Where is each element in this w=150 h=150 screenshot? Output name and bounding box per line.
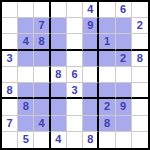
- cell-r6c1[interactable]: 8: [2, 83, 18, 99]
- cell-r2c3[interactable]: 7: [34, 18, 50, 34]
- cell-r1c2[interactable]: [18, 2, 34, 18]
- cell-r3c1[interactable]: [2, 34, 18, 50]
- cell-r3c4[interactable]: [51, 34, 67, 50]
- cell-r3c9[interactable]: [132, 34, 148, 50]
- cell-r4c6[interactable]: [83, 51, 99, 67]
- cell-r7c7[interactable]: 2: [99, 99, 115, 115]
- cell-r3c3[interactable]: 8: [34, 34, 50, 50]
- cell-r5c1[interactable]: [2, 67, 18, 83]
- cell-r8c6[interactable]: [83, 116, 99, 132]
- cell-r6c7[interactable]: [99, 83, 115, 99]
- cell-r2c2[interactable]: [18, 18, 34, 34]
- cell-r8c9[interactable]: [132, 116, 148, 132]
- cell-r4c1[interactable]: 3: [2, 51, 18, 67]
- cell-r1c4[interactable]: [51, 2, 67, 18]
- cell-r5c8[interactable]: [116, 67, 132, 83]
- cell-r6c6[interactable]: [83, 83, 99, 99]
- cell-r6c3[interactable]: [34, 83, 50, 99]
- cell-r7c3[interactable]: [34, 99, 50, 115]
- cell-r8c7[interactable]: 8: [99, 116, 115, 132]
- cell-r9c1[interactable]: [2, 132, 18, 148]
- cell-r2c5[interactable]: [67, 18, 83, 34]
- cell-r6c5[interactable]: 3: [67, 83, 83, 99]
- cell-r9c8[interactable]: [116, 132, 132, 148]
- cell-r7c1[interactable]: [2, 99, 18, 115]
- cell-r9c9[interactable]: [132, 132, 148, 148]
- cell-r1c6[interactable]: 4: [83, 2, 99, 18]
- cell-r1c7[interactable]: [99, 2, 115, 18]
- cell-r3c8[interactable]: [116, 34, 132, 50]
- cell-r5c3[interactable]: [34, 67, 50, 83]
- cell-r2c6[interactable]: 9: [83, 18, 99, 34]
- cell-r2c7[interactable]: [99, 18, 115, 34]
- cell-r4c9[interactable]: 8: [132, 51, 148, 67]
- cell-r2c8[interactable]: [116, 18, 132, 34]
- cell-r7c5[interactable]: [67, 99, 83, 115]
- cell-r4c5[interactable]: [67, 51, 83, 67]
- cell-r5c5[interactable]: 6: [67, 67, 83, 83]
- cell-r8c8[interactable]: [116, 116, 132, 132]
- cell-r8c4[interactable]: [51, 116, 67, 132]
- cell-r6c8[interactable]: [116, 83, 132, 99]
- cell-r1c3[interactable]: [34, 2, 50, 18]
- cell-r7c9[interactable]: [132, 99, 148, 115]
- cell-r9c5[interactable]: [67, 132, 83, 148]
- cell-r3c7[interactable]: 1: [99, 34, 115, 50]
- cell-r6c2[interactable]: [18, 83, 34, 99]
- cell-r4c8[interactable]: 2: [116, 51, 132, 67]
- cell-r7c6[interactable]: [83, 99, 99, 115]
- cell-r2c9[interactable]: 2: [132, 18, 148, 34]
- cell-r1c9[interactable]: [132, 2, 148, 18]
- cell-r7c4[interactable]: [51, 99, 67, 115]
- cell-r9c3[interactable]: [34, 132, 50, 148]
- cell-r8c5[interactable]: [67, 116, 83, 132]
- sudoku-board: 467924813288683829748548: [0, 0, 150, 150]
- cell-r3c6[interactable]: [83, 34, 99, 50]
- cell-r3c2[interactable]: 4: [18, 34, 34, 50]
- cell-r4c3[interactable]: [34, 51, 50, 67]
- cell-r7c2[interactable]: 8: [18, 99, 34, 115]
- cell-r4c4[interactable]: [51, 51, 67, 67]
- cell-r8c2[interactable]: [18, 116, 34, 132]
- cell-r1c5[interactable]: [67, 2, 83, 18]
- cell-r9c7[interactable]: [99, 132, 115, 148]
- cell-r4c2[interactable]: [18, 51, 34, 67]
- cell-r3c5[interactable]: [67, 34, 83, 50]
- cell-r5c9[interactable]: [132, 67, 148, 83]
- cell-r7c8[interactable]: 9: [116, 99, 132, 115]
- cell-r2c4[interactable]: [51, 18, 67, 34]
- cell-r1c1[interactable]: [2, 2, 18, 18]
- cell-r8c3[interactable]: 4: [34, 116, 50, 132]
- cell-r9c2[interactable]: 5: [18, 132, 34, 148]
- cell-r6c9[interactable]: [132, 83, 148, 99]
- cell-r6c4[interactable]: [51, 83, 67, 99]
- cell-r5c7[interactable]: [99, 67, 115, 83]
- cell-r9c4[interactable]: 4: [51, 132, 67, 148]
- cell-r5c6[interactable]: [83, 67, 99, 83]
- cell-r9c6[interactable]: 8: [83, 132, 99, 148]
- cell-r5c4[interactable]: 8: [51, 67, 67, 83]
- sudoku-page: 467924813288683829748548: [0, 0, 150, 150]
- cell-r5c2[interactable]: [18, 67, 34, 83]
- cell-r1c8[interactable]: 6: [116, 2, 132, 18]
- cell-r8c1[interactable]: 7: [2, 116, 18, 132]
- cell-r4c7[interactable]: [99, 51, 115, 67]
- cell-r2c1[interactable]: [2, 18, 18, 34]
